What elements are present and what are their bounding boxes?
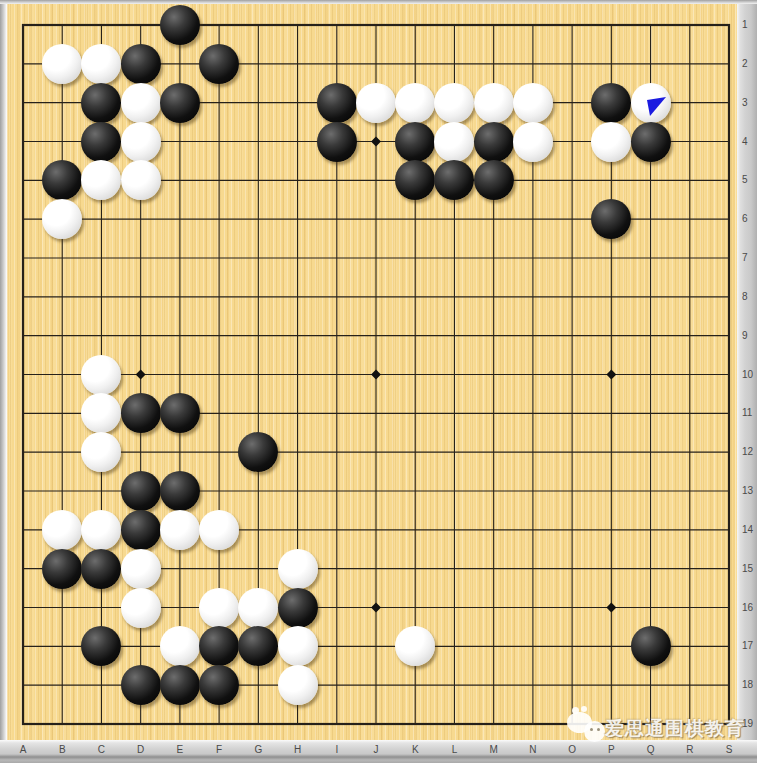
col-label-M: M <box>484 744 504 756</box>
col-label-P: P <box>601 744 621 756</box>
col-label-S: S <box>719 744 739 756</box>
stone-white-B2 <box>42 44 82 84</box>
row-coordinate-ruler: 12345678910111213141516171819 <box>737 0 757 740</box>
row-label-16: 16 <box>742 602 756 614</box>
stone-white-P4 <box>591 122 631 162</box>
stone-black-B15 <box>42 549 82 589</box>
stone-white-L3 <box>434 83 474 123</box>
col-label-O: O <box>562 744 582 756</box>
stone-white-M3 <box>474 83 514 123</box>
row-label-1: 1 <box>742 19 756 31</box>
stone-white-B14 <box>42 510 82 550</box>
col-label-A: A <box>13 744 33 756</box>
stone-black-E13 <box>160 471 200 511</box>
stone-white-D16 <box>121 588 161 628</box>
row-label-15: 15 <box>742 563 756 575</box>
col-label-R: R <box>680 744 700 756</box>
stone-black-C15 <box>81 549 121 589</box>
stone-white-N3 <box>513 83 553 123</box>
row-label-18: 18 <box>742 679 756 691</box>
col-label-H: H <box>288 744 308 756</box>
stone-black-E11 <box>160 393 200 433</box>
row-label-6: 6 <box>742 213 756 225</box>
stone-white-D15 <box>121 549 161 589</box>
row-label-17: 17 <box>742 640 756 652</box>
row-label-11: 11 <box>742 407 756 419</box>
row-label-3: 3 <box>742 97 756 109</box>
stone-black-D18 <box>121 665 161 705</box>
stone-white-H17 <box>278 626 318 666</box>
row-label-2: 2 <box>742 58 756 70</box>
col-label-I: I <box>327 744 347 756</box>
stone-black-E18 <box>160 665 200 705</box>
stone-white-C14 <box>81 510 121 550</box>
window-left-edge <box>0 0 7 763</box>
row-label-5: 5 <box>742 174 756 186</box>
col-label-N: N <box>523 744 543 756</box>
stone-black-H16 <box>278 588 318 628</box>
stone-black-D11 <box>121 393 161 433</box>
stone-white-G16 <box>238 588 278 628</box>
stone-black-E1 <box>160 5 200 45</box>
stone-white-H18 <box>278 665 318 705</box>
stone-white-Q3 <box>631 83 671 123</box>
stone-black-Q17 <box>631 626 671 666</box>
stone-black-C3 <box>81 83 121 123</box>
row-label-13: 13 <box>742 485 756 497</box>
stone-black-E3 <box>160 83 200 123</box>
stone-black-D13 <box>121 471 161 511</box>
stone-black-F18 <box>199 665 239 705</box>
row-label-8: 8 <box>742 291 756 303</box>
stone-white-C10 <box>81 355 121 395</box>
col-label-J: J <box>366 744 386 756</box>
stone-black-Q4 <box>631 122 671 162</box>
stone-black-P3 <box>591 83 631 123</box>
col-label-F: F <box>209 744 229 756</box>
row-label-10: 10 <box>742 369 756 381</box>
window-top-edge <box>0 0 757 4</box>
col-label-E: E <box>170 744 190 756</box>
stone-white-N4 <box>513 122 553 162</box>
stone-white-C2 <box>81 44 121 84</box>
stone-white-F14 <box>199 510 239 550</box>
row-label-12: 12 <box>742 446 756 458</box>
stone-white-E17 <box>160 626 200 666</box>
col-label-L: L <box>444 744 464 756</box>
col-label-K: K <box>405 744 425 756</box>
row-label-19: 19 <box>742 718 756 730</box>
stone-white-K3 <box>395 83 435 123</box>
col-label-Q: Q <box>641 744 661 756</box>
row-label-7: 7 <box>742 252 756 264</box>
stone-white-D5 <box>121 160 161 200</box>
stone-black-I3 <box>317 83 357 123</box>
stone-black-D2 <box>121 44 161 84</box>
row-label-9: 9 <box>742 330 756 342</box>
stone-black-I4 <box>317 122 357 162</box>
col-label-G: G <box>248 744 268 756</box>
stone-black-D14 <box>121 510 161 550</box>
stone-white-F16 <box>199 588 239 628</box>
col-label-B: B <box>52 744 72 756</box>
stone-white-D3 <box>121 83 161 123</box>
row-label-14: 14 <box>742 524 756 536</box>
stone-black-C4 <box>81 122 121 162</box>
stone-black-K4 <box>395 122 435 162</box>
stone-black-F2 <box>199 44 239 84</box>
stone-white-E14 <box>160 510 200 550</box>
stone-white-D4 <box>121 122 161 162</box>
stone-white-J3 <box>356 83 396 123</box>
column-coordinate-ruler: ABCDEFGHIJKLMNOPQRS <box>0 740 757 763</box>
go-app-window: 12345678910111213141516171819 ABCDEFGHIJ… <box>0 0 757 763</box>
stone-black-M4 <box>474 122 514 162</box>
stone-white-L4 <box>434 122 474 162</box>
col-label-C: C <box>91 744 111 756</box>
stone-white-H15 <box>278 549 318 589</box>
col-label-D: D <box>131 744 151 756</box>
stone-black-M5 <box>474 160 514 200</box>
row-label-4: 4 <box>742 136 756 148</box>
